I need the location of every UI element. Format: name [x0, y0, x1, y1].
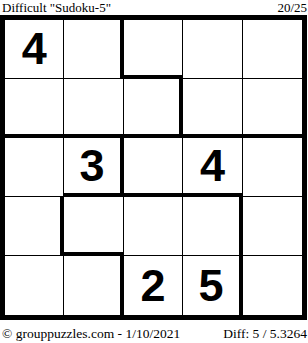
cell-r1c4[interactable]	[183, 20, 242, 79]
cell-r3c4-given: 4	[183, 138, 242, 197]
cell-r5c4-given: 5	[183, 256, 242, 315]
cell-r1c1-given: 4	[5, 20, 64, 79]
copyright-text: © grouppuzzles.com - 1/10/2021	[2, 327, 180, 341]
cell-r2c1[interactable]	[5, 79, 64, 138]
cell-r2c4[interactable]	[183, 79, 242, 138]
cell-r5c5[interactable]	[243, 256, 302, 315]
cell-r4c5[interactable]	[243, 197, 302, 256]
cell-r2c2[interactable]	[64, 79, 123, 138]
page-footer: © grouppuzzles.com - 1/10/2021 Diff: 5 /…	[0, 327, 308, 341]
cell-r4c2[interactable]	[64, 197, 123, 256]
cell-r3c1[interactable]	[5, 138, 64, 197]
cell-r5c2[interactable]	[64, 256, 123, 315]
cell-r3c3[interactable]	[124, 138, 183, 197]
difficulty-text: Diff: 5 / 5.3264	[223, 327, 307, 341]
cell-r2c5[interactable]	[243, 79, 302, 138]
cell-r5c3-given: 2	[124, 256, 183, 315]
page-header: Difficult "Sudoku-5" 20/25	[0, 0, 308, 15]
cell-r1c3[interactable]	[124, 20, 183, 79]
cell-r4c4[interactable]	[183, 197, 242, 256]
cell-r5c1[interactable]	[5, 256, 64, 315]
cell-r3c5[interactable]	[243, 138, 302, 197]
cell-r3c2-given: 3	[64, 138, 123, 197]
cell-r1c2[interactable]	[64, 20, 123, 79]
puzzle-progress: 20/25	[277, 1, 307, 14]
cell-r4c3[interactable]	[124, 197, 183, 256]
cell-r2c3[interactable]	[124, 79, 183, 138]
puzzle-title: Difficult "Sudoku-5"	[2, 1, 111, 14]
cell-r4c1[interactable]	[5, 197, 64, 256]
sudoku-board: 43425	[0, 15, 307, 320]
cell-r1c5[interactable]	[243, 20, 302, 79]
